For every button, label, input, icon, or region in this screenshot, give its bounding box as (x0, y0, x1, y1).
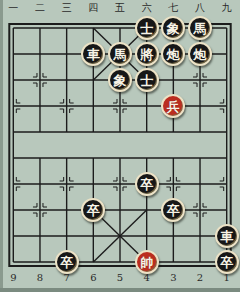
file-label-top-7: 七 (160, 0, 187, 15)
file-label-top-1: 一 (0, 0, 27, 15)
file-labels-bottom: 987654321 (0, 269, 240, 285)
piece-black-soldier[interactable]: 卒 (161, 198, 185, 222)
window-edge-bottom (0, 288, 240, 292)
piece-black-soldier[interactable]: 卒 (135, 172, 159, 196)
file-label-top-6: 六 (133, 0, 160, 15)
piece-black-cannon[interactable]: 炮 (161, 42, 185, 66)
file-label-top-3: 三 (53, 0, 80, 15)
file-label-bottom-9: 1 (213, 269, 240, 285)
piece-black-chariot[interactable]: 車 (81, 42, 105, 66)
file-label-bottom-4: 6 (80, 269, 107, 285)
file-label-bottom-8: 2 (187, 269, 214, 285)
file-label-bottom-7: 3 (160, 269, 187, 285)
piece-black-chariot[interactable]: 車 (215, 224, 239, 248)
xiangqi-board-screen: 一二三四五六七八九 士象馬車馬將炮炮象士兵卒卒卒車卒帥卒 987654321 (0, 0, 240, 292)
file-label-top-4: 四 (80, 0, 107, 15)
file-label-bottom-3: 7 (53, 269, 80, 285)
piece-black-horse[interactable]: 馬 (108, 42, 132, 66)
board-intersections: 士象馬車馬將炮炮象士兵卒卒卒車卒帥卒 (0, 15, 240, 275)
piece-black-cannon[interactable]: 炮 (188, 42, 212, 66)
file-label-top-5: 五 (107, 0, 134, 15)
piece-black-elephant[interactable]: 象 (108, 68, 132, 92)
file-label-top-2: 二 (27, 0, 54, 15)
piece-black-horse[interactable]: 馬 (188, 16, 212, 40)
piece-black-general[interactable]: 將 (135, 42, 159, 66)
file-label-top-8: 八 (187, 0, 214, 15)
window-edge-left (0, 0, 3, 292)
file-label-bottom-1: 9 (0, 269, 27, 285)
file-label-bottom-6: 4 (133, 269, 160, 285)
piece-black-advisor[interactable]: 士 (135, 16, 159, 40)
piece-black-elephant[interactable]: 象 (161, 16, 185, 40)
file-label-top-9: 九 (213, 0, 240, 15)
file-label-bottom-5: 5 (107, 269, 134, 285)
file-label-bottom-2: 8 (27, 269, 54, 285)
piece-black-soldier[interactable]: 卒 (81, 198, 105, 222)
file-labels-top: 一二三四五六七八九 (0, 0, 240, 15)
piece-red-soldier[interactable]: 兵 (161, 94, 185, 118)
piece-black-advisor[interactable]: 士 (135, 68, 159, 92)
